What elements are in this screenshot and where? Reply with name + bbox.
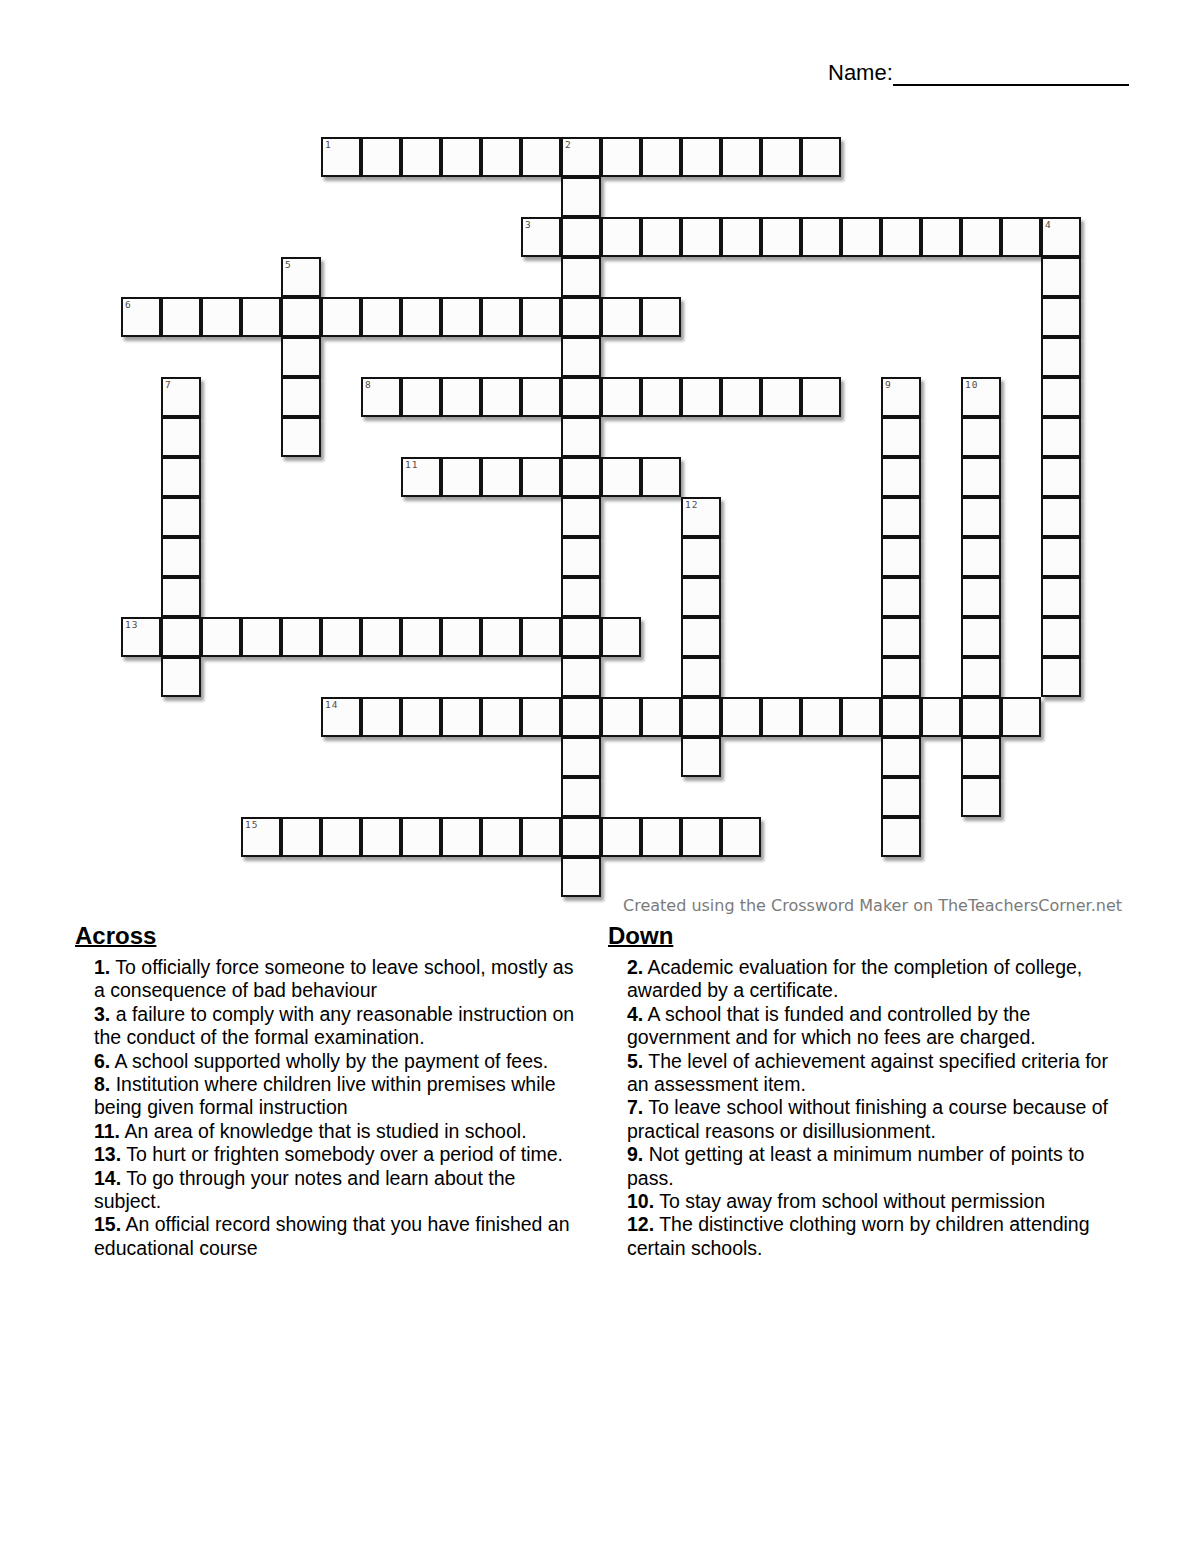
grid-cell-r14c21[interactable] <box>961 697 1001 737</box>
down-heading: Down <box>608 922 1128 950</box>
clue-number-12: 12 <box>685 499 698 510</box>
grid-cell-r6c15[interactable] <box>721 377 761 417</box>
grid-cell-r14c8[interactable] <box>441 697 481 737</box>
grid-cell-r17c11[interactable] <box>561 817 601 857</box>
grid-cell-r8c13[interactable] <box>641 457 681 497</box>
down-clue-2: 2. Academic evaluation for the completio… <box>627 956 1119 1003</box>
grid-cell-r13c11[interactable] <box>561 657 601 697</box>
grid-cell-r2c10[interactable]: 3 <box>521 217 561 257</box>
grid-cell-r2c21[interactable] <box>961 217 1001 257</box>
grid-cell-r12c2[interactable] <box>201 617 241 657</box>
grid-cell-r12c0[interactable]: 13 <box>121 617 161 657</box>
grid-cell-r17c7[interactable] <box>401 817 441 857</box>
grid-cell-r8c21[interactable] <box>961 457 1001 497</box>
grid-cell-r4c4[interactable] <box>281 297 321 337</box>
grid-cell-r17c13[interactable] <box>641 817 681 857</box>
across-clue-13: 13. To hurt or frighten somebody over a … <box>94 1143 586 1166</box>
clue-number-13: 13 <box>125 619 138 630</box>
across-clue-11-text: An area of knowledge that is studied in … <box>120 1120 527 1142</box>
grid-cell-r8c8[interactable] <box>441 457 481 497</box>
grid-cell-r6c23[interactable] <box>1041 377 1081 417</box>
grid-cell-r4c6[interactable] <box>361 297 401 337</box>
grid-cell-r14c14[interactable] <box>681 697 721 737</box>
grid-cell-r8c23[interactable] <box>1041 457 1081 497</box>
grid-cell-r17c4[interactable] <box>281 817 321 857</box>
grid-cell-r14c22[interactable] <box>1001 697 1041 737</box>
down-clue-12: 12. The distinctive clothing worn by chi… <box>627 1213 1119 1260</box>
name-input-line[interactable] <box>893 60 1129 86</box>
down-clue-4-number: 4. <box>627 1003 643 1025</box>
grid-cell-r12c12[interactable] <box>601 617 641 657</box>
grid-cell-r9c19[interactable] <box>881 497 921 537</box>
grid-cell-r8c10[interactable] <box>521 457 561 497</box>
grid-cell-r6c7[interactable] <box>401 377 441 417</box>
grid-cell-r2c15[interactable] <box>721 217 761 257</box>
down-clue-10-text: To stay away from school without permiss… <box>654 1190 1045 1212</box>
down-clue-4-text: A school that is funded and controlled b… <box>627 1003 1036 1048</box>
grid-cell-r12c23[interactable] <box>1041 617 1081 657</box>
grid-cell-r13c23[interactable] <box>1041 657 1081 697</box>
grid-cell-r4c23[interactable] <box>1041 297 1081 337</box>
clue-number-3: 3 <box>525 219 532 230</box>
across-clue-11: 11. An area of knowledge that is studied… <box>94 1120 586 1143</box>
down-clue-10: 10. To stay away from school without per… <box>627 1190 1119 1213</box>
grid-cell-r5c4[interactable] <box>281 337 321 377</box>
across-clue-3: 3. a failure to comply with any reasonab… <box>94 1003 586 1050</box>
grid-cell-r4c3[interactable] <box>241 297 281 337</box>
down-clue-2-text: Academic evaluation for the completion o… <box>627 956 1082 1001</box>
grid-cell-r11c23[interactable] <box>1041 577 1081 617</box>
grid-cell-r2c17[interactable] <box>801 217 841 257</box>
grid-cell-r12c9[interactable] <box>481 617 521 657</box>
grid-cell-r4c7[interactable] <box>401 297 441 337</box>
grid-cell-r14c16[interactable] <box>761 697 801 737</box>
down-clue-7-text: To leave school without finishing a cour… <box>627 1096 1108 1141</box>
grid-cell-r6c21[interactable]: 10 <box>961 377 1001 417</box>
grid-cell-r6c11[interactable] <box>561 377 601 417</box>
grid-cell-r17c9[interactable] <box>481 817 521 857</box>
grid-cell-r12c21[interactable] <box>961 617 1001 657</box>
grid-cell-r3c4[interactable]: 5 <box>281 257 321 297</box>
grid-cell-r13c21[interactable] <box>961 657 1001 697</box>
clue-number-5: 5 <box>285 259 292 270</box>
grid-cell-r2c11[interactable] <box>561 217 601 257</box>
grid-cell-r14c17[interactable] <box>801 697 841 737</box>
grid-cell-r15c11[interactable] <box>561 737 601 777</box>
across-clue-15: 15. An official record showing that you … <box>94 1213 586 1260</box>
grid-cell-r0c9[interactable] <box>481 137 521 177</box>
grid-cell-r5c23[interactable] <box>1041 337 1081 377</box>
grid-cell-r15c14[interactable] <box>681 737 721 777</box>
grid-cell-r4c2[interactable] <box>201 297 241 337</box>
grid-cell-r18c11[interactable] <box>561 857 601 897</box>
grid-cell-r16c11[interactable] <box>561 777 601 817</box>
grid-cell-r4c5[interactable] <box>321 297 361 337</box>
grid-cell-r0c8[interactable] <box>441 137 481 177</box>
grid-cell-r6c8[interactable] <box>441 377 481 417</box>
grid-cell-r11c21[interactable] <box>961 577 1001 617</box>
grid-cell-r4c9[interactable] <box>481 297 521 337</box>
grid-cell-r9c21[interactable] <box>961 497 1001 537</box>
grid-cell-r8c19[interactable] <box>881 457 921 497</box>
clue-number-11: 11 <box>405 459 418 470</box>
grid-cell-r12c4[interactable] <box>281 617 321 657</box>
grid-cell-r3c11[interactable] <box>561 257 601 297</box>
across-clue-1: 1. To officially force someone to leave … <box>94 956 586 1003</box>
grid-cell-r7c21[interactable] <box>961 417 1001 457</box>
grid-cell-r8c11[interactable] <box>561 457 601 497</box>
across-clue-13-text: To hurt or frighten somebody over a peri… <box>121 1143 563 1165</box>
grid-cell-r8c12[interactable] <box>601 457 641 497</box>
grid-cell-r2c14[interactable] <box>681 217 721 257</box>
grid-cell-r6c16[interactable] <box>761 377 801 417</box>
grid-cell-r12c7[interactable] <box>401 617 441 657</box>
crossword-grid: 123456789101112131415 <box>121 137 1081 897</box>
grid-cell-r0c5[interactable]: 1 <box>321 137 361 177</box>
clue-number-7: 7 <box>165 379 172 390</box>
grid-cell-r6c1[interactable]: 7 <box>161 377 201 417</box>
grid-cell-r14c12[interactable] <box>601 697 641 737</box>
grid-cell-r4c1[interactable] <box>161 297 201 337</box>
grid-cell-r7c4[interactable] <box>281 417 321 457</box>
grid-cell-r0c11[interactable]: 2 <box>561 137 601 177</box>
grid-cell-r10c11[interactable] <box>561 537 601 577</box>
grid-cell-r6c4[interactable] <box>281 377 321 417</box>
down-clue-9-text: Not getting at least a minimum number of… <box>627 1143 1084 1188</box>
grid-cell-r17c6[interactable] <box>361 817 401 857</box>
down-clue-10-number: 10. <box>627 1190 654 1212</box>
grid-cell-r14c7[interactable] <box>401 697 441 737</box>
clue-number-6: 6 <box>125 299 132 310</box>
grid-cell-r15c21[interactable] <box>961 737 1001 777</box>
down-clue-4: 4. A school that is funded and controlle… <box>627 1003 1119 1050</box>
down-clue-list: 2. Academic evaluation for the completio… <box>608 956 1128 1260</box>
grid-cell-r11c11[interactable] <box>561 577 601 617</box>
grid-cell-r12c8[interactable] <box>441 617 481 657</box>
grid-cell-r17c5[interactable] <box>321 817 361 857</box>
grid-cell-r14c10[interactable] <box>521 697 561 737</box>
grid-cell-r9c23[interactable] <box>1041 497 1081 537</box>
grid-cell-r0c16[interactable] <box>761 137 801 177</box>
credit-line: Created using the Crossword Maker on The… <box>623 896 1122 915</box>
grid-cell-r0c7[interactable] <box>401 137 441 177</box>
down-clue-7-number: 7. <box>627 1096 643 1118</box>
grid-cell-r12c3[interactable] <box>241 617 281 657</box>
grid-cell-r4c12[interactable] <box>601 297 641 337</box>
clue-number-9: 9 <box>885 379 892 390</box>
grid-cell-r14c20[interactable] <box>921 697 961 737</box>
grid-cell-r13c19[interactable] <box>881 657 921 697</box>
down-clue-7: 7. To leave school without finishing a c… <box>627 1096 1119 1143</box>
grid-cell-r9c1[interactable] <box>161 497 201 537</box>
grid-cell-r12c11[interactable] <box>561 617 601 657</box>
across-clue-15-text: An official record showing that you have… <box>94 1213 570 1258</box>
across-clues-section: Across 1. To officially force someone to… <box>75 922 587 1260</box>
clue-number-4: 4 <box>1045 219 1052 230</box>
grid-cell-r14c18[interactable] <box>841 697 881 737</box>
grid-cell-r10c1[interactable] <box>161 537 201 577</box>
down-clue-9-number: 9. <box>627 1143 643 1165</box>
grid-cell-r10c23[interactable] <box>1041 537 1081 577</box>
grid-cell-r2c23[interactable]: 4 <box>1041 217 1081 257</box>
across-clue-14-number: 14. <box>94 1167 121 1189</box>
down-clue-5-text: The level of achievement against specifi… <box>627 1050 1108 1095</box>
grid-cell-r11c19[interactable] <box>881 577 921 617</box>
grid-cell-r6c10[interactable] <box>521 377 561 417</box>
clue-number-10: 10 <box>965 379 978 390</box>
grid-cell-r10c21[interactable] <box>961 537 1001 577</box>
grid-cell-r10c19[interactable] <box>881 537 921 577</box>
grid-cell-r12c10[interactable] <box>521 617 561 657</box>
grid-cell-r0c12[interactable] <box>601 137 641 177</box>
grid-cell-r8c7[interactable]: 11 <box>401 457 441 497</box>
grid-cell-r8c1[interactable] <box>161 457 201 497</box>
grid-cell-r6c9[interactable] <box>481 377 521 417</box>
grid-cell-r6c19[interactable]: 9 <box>881 377 921 417</box>
grid-cell-r12c6[interactable] <box>361 617 401 657</box>
grid-cell-r2c19[interactable] <box>881 217 921 257</box>
grid-cell-r17c10[interactable] <box>521 817 561 857</box>
grid-cell-r2c13[interactable] <box>641 217 681 257</box>
across-clue-8-text: Institution where children live within p… <box>94 1073 556 1118</box>
grid-cell-r8c9[interactable] <box>481 457 521 497</box>
grid-cell-r4c13[interactable] <box>641 297 681 337</box>
down-clue-9: 9. Not getting at least a minimum number… <box>627 1143 1119 1190</box>
across-clue-list: 1. To officially force someone to leave … <box>75 956 587 1260</box>
grid-cell-r14c11[interactable] <box>561 697 601 737</box>
grid-cell-r11c14[interactable] <box>681 577 721 617</box>
clue-number-1: 1 <box>325 139 332 150</box>
grid-cell-r9c11[interactable] <box>561 497 601 537</box>
grid-cell-r7c19[interactable] <box>881 417 921 457</box>
grid-cell-r4c8[interactable] <box>441 297 481 337</box>
grid-cell-r16c21[interactable] <box>961 777 1001 817</box>
grid-cell-r12c19[interactable] <box>881 617 921 657</box>
grid-cell-r7c11[interactable] <box>561 417 601 457</box>
grid-cell-r14c13[interactable] <box>641 697 681 737</box>
grid-cell-r6c13[interactable] <box>641 377 681 417</box>
clue-number-15: 15 <box>245 819 258 830</box>
grid-cell-r2c20[interactable] <box>921 217 961 257</box>
name-label: Name: <box>828 60 893 85</box>
grid-cell-r15c19[interactable] <box>881 737 921 777</box>
grid-cell-r14c15[interactable] <box>721 697 761 737</box>
down-clues-section: Down 2. Academic evaluation for the comp… <box>608 922 1128 1260</box>
grid-cell-r2c16[interactable] <box>761 217 801 257</box>
grid-cell-r17c12[interactable] <box>601 817 641 857</box>
grid-cell-r12c1[interactable] <box>161 617 201 657</box>
grid-cell-r7c23[interactable] <box>1041 417 1081 457</box>
clue-number-2: 2 <box>565 139 572 150</box>
across-clue-15-number: 15. <box>94 1213 121 1235</box>
across-clue-13-number: 13. <box>94 1143 121 1165</box>
grid-cell-r2c22[interactable] <box>1001 217 1041 257</box>
grid-cell-r5c11[interactable] <box>561 337 601 377</box>
grid-cell-r6c6[interactable]: 8 <box>361 377 401 417</box>
worksheet-page: Name: 123456789101112131415 Created usin… <box>0 0 1200 1553</box>
grid-cell-r13c1[interactable] <box>161 657 201 697</box>
grid-cell-r17c15[interactable] <box>721 817 761 857</box>
grid-cell-r14c9[interactable] <box>481 697 521 737</box>
clue-number-8: 8 <box>365 379 372 390</box>
grid-cell-r3c23[interactable] <box>1041 257 1081 297</box>
grid-cell-r6c12[interactable] <box>601 377 641 417</box>
grid-cell-r12c5[interactable] <box>321 617 361 657</box>
grid-cell-r6c17[interactable] <box>801 377 841 417</box>
grid-cell-r0c10[interactable] <box>521 137 561 177</box>
across-heading: Across <box>75 922 587 950</box>
down-clue-2-number: 2. <box>627 956 643 978</box>
across-clue-6-text: A school supported wholly by the payment… <box>110 1050 548 1072</box>
across-clue-8-number: 8. <box>94 1073 110 1095</box>
grid-cell-r13c14[interactable] <box>681 657 721 697</box>
clue-number-14: 14 <box>325 699 338 710</box>
grid-cell-r4c11[interactable] <box>561 297 601 337</box>
across-clue-6-number: 6. <box>94 1050 110 1072</box>
grid-cell-r12c14[interactable] <box>681 617 721 657</box>
across-clue-14: 14. To go through your notes and learn a… <box>94 1167 586 1214</box>
grid-cell-r0c14[interactable] <box>681 137 721 177</box>
grid-cell-r9c14[interactable]: 12 <box>681 497 721 537</box>
grid-cell-r17c3[interactable]: 15 <box>241 817 281 857</box>
grid-cell-r17c19[interactable] <box>881 817 921 857</box>
name-header: Name: <box>828 60 1129 86</box>
across-clue-11-number: 11. <box>94 1120 120 1142</box>
grid-cell-r17c8[interactable] <box>441 817 481 857</box>
grid-cell-r16c19[interactable] <box>881 777 921 817</box>
across-clue-14-text: To go through your notes and learn about… <box>94 1167 515 1212</box>
grid-cell-r10c14[interactable] <box>681 537 721 577</box>
down-clue-5-number: 5. <box>627 1050 643 1072</box>
across-clue-1-text: To officially force someone to leave sch… <box>94 956 573 1001</box>
grid-cell-r4c10[interactable] <box>521 297 561 337</box>
grid-cell-r17c14[interactable] <box>681 817 721 857</box>
grid-cell-r0c17[interactable] <box>801 137 841 177</box>
grid-cell-r0c6[interactable] <box>361 137 401 177</box>
grid-cell-r0c15[interactable] <box>721 137 761 177</box>
grid-cell-r7c1[interactable] <box>161 417 201 457</box>
down-clue-12-text: The distinctive clothing worn by childre… <box>627 1213 1090 1258</box>
grid-cell-r1c11[interactable] <box>561 177 601 217</box>
across-clue-6: 6. A school supported wholly by the paym… <box>94 1050 586 1073</box>
grid-cell-r14c19[interactable] <box>881 697 921 737</box>
across-clue-8: 8. Institution where children live withi… <box>94 1073 586 1120</box>
grid-cell-r11c1[interactable] <box>161 577 201 617</box>
grid-cell-r0c13[interactable] <box>641 137 681 177</box>
grid-cell-r4c0[interactable]: 6 <box>121 297 161 337</box>
across-clue-3-text: a failure to comply with any reasonable … <box>94 1003 574 1048</box>
grid-cell-r6c14[interactable] <box>681 377 721 417</box>
grid-cell-r2c12[interactable] <box>601 217 641 257</box>
down-clue-5: 5. The level of achievement against spec… <box>627 1050 1119 1097</box>
grid-cell-r14c5[interactable]: 14 <box>321 697 361 737</box>
down-clue-12-number: 12. <box>627 1213 654 1235</box>
grid-cell-r2c18[interactable] <box>841 217 881 257</box>
across-clue-3-number: 3. <box>94 1003 110 1025</box>
grid-cell-r14c6[interactable] <box>361 697 401 737</box>
across-clue-1-number: 1. <box>94 956 110 978</box>
